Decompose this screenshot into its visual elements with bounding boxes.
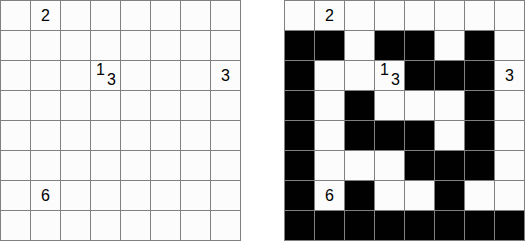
cell-r4c7[interactable] <box>211 121 240 150</box>
cell-r7c0[interactable] <box>285 211 314 240</box>
cell-r3c6[interactable] <box>181 91 210 120</box>
cell-r1c7[interactable] <box>495 31 524 60</box>
cell-r3c2[interactable] <box>61 91 90 120</box>
cell-r6c0[interactable] <box>285 181 314 210</box>
cell-r7c6[interactable] <box>465 211 494 240</box>
cell-r2c1[interactable] <box>315 61 344 90</box>
cell-r5c6[interactable] <box>181 151 210 180</box>
cell-r6c7[interactable] <box>495 181 524 210</box>
clue-text-bottom-right: 3 <box>107 72 116 88</box>
cell-r7c4[interactable] <box>405 211 434 240</box>
cell-r6c2[interactable] <box>345 181 374 210</box>
cell-r7c5[interactable] <box>151 211 180 240</box>
cell-r1c0[interactable] <box>285 31 314 60</box>
cell-r0c1[interactable]: 2 <box>31 1 60 30</box>
cell-r4c4[interactable] <box>405 121 434 150</box>
solution-board: 21336 <box>284 0 525 241</box>
cell-r3c3[interactable] <box>91 91 120 120</box>
cell-r2c0[interactable] <box>285 61 314 90</box>
cell-r4c0[interactable] <box>1 121 30 150</box>
cell-r5c1[interactable] <box>31 151 60 180</box>
cell-r2c2[interactable] <box>345 61 374 90</box>
cell-r4c2[interactable] <box>61 121 90 150</box>
cell-r6c4[interactable] <box>405 181 434 210</box>
cell-r4c0[interactable] <box>285 121 314 150</box>
cell-r1c3[interactable] <box>375 31 404 60</box>
cell-r4c2[interactable] <box>345 121 374 150</box>
cell-r7c3[interactable] <box>91 211 120 240</box>
cell-r7c0[interactable] <box>1 211 30 240</box>
cell-r3c0[interactable] <box>1 91 30 120</box>
clue-text: 3 <box>495 61 524 90</box>
cell-r3c7[interactable] <box>211 91 240 120</box>
cell-r5c4[interactable] <box>121 151 150 180</box>
cell-r0c1[interactable]: 2 <box>315 1 344 30</box>
cell-r6c1[interactable]: 6 <box>315 181 344 210</box>
cell-r6c6[interactable] <box>181 181 210 210</box>
cell-r4c1[interactable] <box>315 121 344 150</box>
cell-r1c3[interactable] <box>91 31 120 60</box>
cell-r3c3[interactable] <box>375 91 404 120</box>
cell-r1c6[interactable] <box>465 31 494 60</box>
cell-r0c6[interactable] <box>181 1 210 30</box>
cell-r0c7[interactable] <box>211 1 240 30</box>
cell-r7c2[interactable] <box>345 211 374 240</box>
cell-r2c1[interactable] <box>31 61 60 90</box>
cell-r1c0[interactable] <box>1 31 30 60</box>
cell-r4c3[interactable] <box>91 121 120 150</box>
cell-r0c3[interactable] <box>375 1 404 30</box>
cell-r1c5[interactable] <box>151 31 180 60</box>
cell-r2c6[interactable] <box>465 61 494 90</box>
cell-r2c7[interactable]: 3 <box>495 61 524 90</box>
cell-r5c4[interactable] <box>405 151 434 180</box>
cell-r7c1[interactable] <box>315 211 344 240</box>
cell-r5c0[interactable] <box>1 151 30 180</box>
cell-r3c2[interactable] <box>345 91 374 120</box>
cell-r2c4[interactable] <box>121 61 150 90</box>
cell-r3c0[interactable] <box>285 91 314 120</box>
cell-r5c6[interactable] <box>465 151 494 180</box>
cell-r3c4[interactable] <box>121 91 150 120</box>
cell-r2c5[interactable] <box>435 61 464 90</box>
cell-r7c4[interactable] <box>121 211 150 240</box>
cell-r6c7[interactable] <box>211 181 240 210</box>
cell-r2c3[interactable]: 13 <box>91 61 120 90</box>
clue-text: 2 <box>31 1 60 30</box>
cell-r3c1[interactable] <box>31 91 60 120</box>
cell-r7c7[interactable] <box>495 211 524 240</box>
cell-r0c7[interactable] <box>495 1 524 30</box>
puzzle-board: 21336 <box>0 0 241 241</box>
cell-r2c0[interactable] <box>1 61 30 90</box>
clue-text-bottom-right: 3 <box>391 72 400 88</box>
cell-r0c4[interactable] <box>121 1 150 30</box>
cell-r6c3[interactable] <box>375 181 404 210</box>
cell-r7c5[interactable] <box>435 211 464 240</box>
cell-r7c3[interactable] <box>375 211 404 240</box>
clue-text-top-left: 1 <box>96 62 105 78</box>
cell-r7c2[interactable] <box>61 211 90 240</box>
cell-r7c7[interactable] <box>211 211 240 240</box>
cell-r3c6[interactable] <box>465 91 494 120</box>
cell-r5c2[interactable] <box>345 151 374 180</box>
clue-text: 2 <box>315 1 344 30</box>
cell-r2c7[interactable]: 3 <box>211 61 240 90</box>
cell-r4c5[interactable] <box>435 121 464 150</box>
cell-r1c4[interactable] <box>121 31 150 60</box>
cell-r4c4[interactable] <box>121 121 150 150</box>
cell-r1c1[interactable] <box>31 31 60 60</box>
cell-r5c2[interactable] <box>61 151 90 180</box>
cell-r2c2[interactable] <box>61 61 90 90</box>
cell-r1c4[interactable] <box>405 31 434 60</box>
cell-r0c4[interactable] <box>405 1 434 30</box>
cell-r0c0[interactable] <box>1 1 30 30</box>
cell-r6c5[interactable] <box>151 181 180 210</box>
cell-r0c2[interactable] <box>345 1 374 30</box>
cell-r7c6[interactable] <box>181 211 210 240</box>
cell-r0c5[interactable] <box>435 1 464 30</box>
cell-r4c1[interactable] <box>31 121 60 150</box>
cell-r0c2[interactable] <box>61 1 90 30</box>
cell-r5c7[interactable] <box>211 151 240 180</box>
cell-r2c6[interactable] <box>181 61 210 90</box>
cell-r5c5[interactable] <box>151 151 180 180</box>
cell-r7c1[interactable] <box>31 211 60 240</box>
cell-r0c3[interactable] <box>91 1 120 30</box>
cell-r6c2[interactable] <box>61 181 90 210</box>
cell-r3c5[interactable] <box>151 91 180 120</box>
cell-r1c6[interactable] <box>181 31 210 60</box>
cell-r5c3[interactable] <box>91 151 120 180</box>
cell-r6c6[interactable] <box>465 181 494 210</box>
cell-r5c3[interactable] <box>375 151 404 180</box>
clue-text: 6 <box>315 181 344 210</box>
cell-r3c1[interactable] <box>315 91 344 120</box>
cell-r4c6[interactable] <box>465 121 494 150</box>
cell-r6c3[interactable] <box>91 181 120 210</box>
cell-r2c3[interactable]: 13 <box>375 61 404 90</box>
cell-r6c4[interactable] <box>121 181 150 210</box>
cell-r1c5[interactable] <box>435 31 464 60</box>
cell-r4c3[interactable] <box>375 121 404 150</box>
cell-r1c7[interactable] <box>211 31 240 60</box>
cell-r6c1[interactable]: 6 <box>31 181 60 210</box>
clue-text: 6 <box>31 181 60 210</box>
cell-r5c1[interactable] <box>315 151 344 180</box>
cell-r5c7[interactable] <box>495 151 524 180</box>
cell-r1c1[interactable] <box>315 31 344 60</box>
clue-text: 3 <box>211 61 240 90</box>
clue-text-top-left: 1 <box>380 62 389 78</box>
cell-r1c2[interactable] <box>61 31 90 60</box>
cell-r4c6[interactable] <box>181 121 210 150</box>
cell-r0c6[interactable] <box>465 1 494 30</box>
cell-r3c5[interactable] <box>435 91 464 120</box>
cell-r2c4[interactable] <box>405 61 434 90</box>
cell-r6c0[interactable] <box>1 181 30 210</box>
cell-r0c5[interactable] <box>151 1 180 30</box>
cell-r4c7[interactable] <box>495 121 524 150</box>
cell-r4c5[interactable] <box>151 121 180 150</box>
cell-r1c2[interactable] <box>345 31 374 60</box>
cell-r6c5[interactable] <box>435 181 464 210</box>
cell-r3c4[interactable] <box>405 91 434 120</box>
cell-r5c0[interactable] <box>285 151 314 180</box>
cell-r0c0[interactable] <box>285 1 314 30</box>
cell-r2c5[interactable] <box>151 61 180 90</box>
cell-r3c7[interactable] <box>495 91 524 120</box>
cell-r5c5[interactable] <box>435 151 464 180</box>
